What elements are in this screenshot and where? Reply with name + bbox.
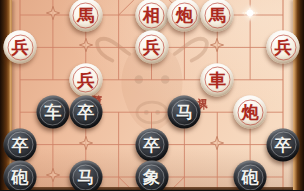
piece-red-soldier[interactable]: 兵	[267, 31, 300, 64]
piece-character: 砲	[4, 161, 37, 191]
piece-red-soldier[interactable]: 兵	[135, 31, 168, 64]
piece-character: 砲	[234, 161, 267, 191]
piece-character: 兵	[135, 31, 168, 64]
piece-character: 象	[135, 161, 168, 191]
piece-character: 兵	[69, 63, 102, 96]
piece-red-elephant[interactable]: 相	[135, 0, 168, 32]
piece-character: 相	[135, 0, 168, 32]
point-marker-cross	[210, 38, 225, 57]
piece-red-cannon[interactable]: 炮	[168, 0, 201, 32]
sparkle-effect	[240, 3, 260, 27]
piece-red-chariot[interactable]: 車	[201, 63, 234, 96]
piece-character: 马	[69, 161, 102, 191]
piece-black-soldier[interactable]: 卒	[267, 128, 300, 161]
piece-black-horse[interactable]: 马	[168, 96, 201, 129]
point-marker-cross	[210, 135, 225, 154]
piece-black-soldier[interactable]: 卒	[4, 128, 37, 161]
piece-character: 马	[168, 96, 201, 129]
piece-character: 車	[201, 63, 234, 96]
point-marker-cross	[78, 38, 93, 57]
piece-black-chariot[interactable]: 车	[36, 96, 69, 129]
piece-black-cannon[interactable]: 砲	[234, 161, 267, 191]
piece-character: 馬	[69, 0, 102, 32]
piece-red-horse[interactable]: 馬	[201, 0, 234, 32]
piece-character: 炮	[168, 0, 201, 32]
piece-red-horse[interactable]: 馬	[69, 0, 102, 32]
piece-black-soldier[interactable]: 卒	[135, 128, 168, 161]
piece-character: 卒	[267, 128, 300, 161]
piece-black-cannon[interactable]: 砲	[4, 161, 37, 191]
piece-character: 炮	[234, 96, 267, 129]
piece-red-soldier[interactable]: 兵	[4, 31, 37, 64]
piece-character: 车	[36, 96, 69, 129]
piece-character: 兵	[4, 31, 37, 64]
point-marker-cross	[45, 168, 60, 187]
piece-black-soldier[interactable]: 卒	[69, 96, 102, 129]
wooden-frame-right	[293, 0, 304, 190]
piece-character: 卒	[69, 96, 102, 129]
xiangqi-game-screen: 楚河 汉界 馬相炮馬兵兵兵兵車炮车卒马卒卒卒砲马象砲	[0, 0, 304, 190]
piece-black-horse[interactable]: 马	[69, 161, 102, 191]
piece-red-soldier[interactable]: 兵	[69, 63, 102, 96]
piece-character: 卒	[135, 128, 168, 161]
piece-character: 馬	[201, 0, 234, 32]
point-marker-cross	[45, 6, 60, 25]
piece-character: 卒	[4, 128, 37, 161]
piece-red-cannon[interactable]: 炮	[234, 96, 267, 129]
point-marker-cross	[78, 135, 93, 154]
piece-black-elephant[interactable]: 象	[135, 161, 168, 191]
piece-character: 兵	[267, 31, 300, 64]
